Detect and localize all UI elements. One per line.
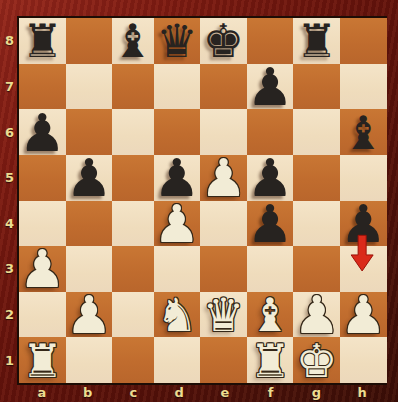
- square-g6[interactable]: [293, 109, 340, 155]
- square-e2[interactable]: ♛: [200, 292, 247, 338]
- square-b2[interactable]: ♟: [66, 292, 113, 338]
- square-h8[interactable]: [340, 18, 387, 64]
- file-label-e: e: [202, 383, 248, 402]
- square-e4[interactable]: [200, 201, 247, 247]
- square-g8[interactable]: ♜: [293, 18, 340, 64]
- square-h6[interactable]: ♝: [340, 109, 387, 155]
- piece-black-rook[interactable]: ♜: [296, 19, 337, 64]
- square-c3[interactable]: [112, 246, 153, 292]
- square-g4[interactable]: [293, 201, 340, 247]
- piece-white-pawn[interactable]: ♟: [66, 293, 113, 338]
- square-c8[interactable]: ♝: [112, 18, 153, 64]
- rank-label-3: 3: [0, 246, 19, 292]
- square-d2[interactable]: ♞: [154, 292, 201, 338]
- square-f1[interactable]: ♜: [247, 337, 294, 383]
- piece-white-pawn[interactable]: ♟: [340, 293, 387, 338]
- chess-board-window: 87654321 abcdefgh ♜♝♛♚♜♟♟♝♟♟♟♟♟♟♟♟♟♞♛♝♟♟…: [0, 0, 398, 402]
- square-b7[interactable]: [66, 64, 113, 110]
- piece-white-king[interactable]: ♚: [296, 339, 337, 384]
- rank-label-8: 8: [0, 18, 19, 64]
- square-c4[interactable]: [112, 201, 153, 247]
- piece-black-pawn[interactable]: ♟: [340, 202, 387, 247]
- square-a5[interactable]: [19, 155, 66, 201]
- square-c2[interactable]: [112, 292, 153, 338]
- piece-white-pawn[interactable]: ♟: [200, 156, 247, 201]
- square-e5[interactable]: ♟: [200, 155, 247, 201]
- file-label-c: c: [111, 383, 157, 402]
- rank-label-6: 6: [0, 109, 19, 155]
- square-d8[interactable]: ♛: [154, 18, 201, 64]
- square-c6[interactable]: [112, 109, 153, 155]
- rank-labels: 87654321: [0, 18, 19, 383]
- piece-white-rook[interactable]: ♜: [249, 339, 290, 384]
- piece-black-bishop[interactable]: ♝: [343, 111, 384, 156]
- piece-white-bishop[interactable]: ♝: [249, 293, 290, 338]
- square-f7[interactable]: ♟: [247, 64, 294, 110]
- square-e1[interactable]: [200, 337, 247, 383]
- square-g1[interactable]: ♚: [293, 337, 340, 383]
- piece-white-knight[interactable]: ♞: [156, 293, 197, 338]
- square-d7[interactable]: [154, 64, 201, 110]
- square-d1[interactable]: [154, 337, 201, 383]
- piece-black-rook[interactable]: ♜: [22, 19, 63, 64]
- piece-black-pawn[interactable]: ♟: [66, 156, 113, 201]
- square-f4[interactable]: ♟: [247, 201, 294, 247]
- square-h4[interactable]: ♟: [340, 201, 387, 247]
- piece-white-pawn[interactable]: ♟: [154, 202, 201, 247]
- square-a2[interactable]: [19, 292, 66, 338]
- piece-white-queen[interactable]: ♛: [203, 293, 244, 338]
- piece-white-pawn[interactable]: ♟: [293, 293, 340, 338]
- square-g2[interactable]: ♟: [293, 292, 340, 338]
- rank-label-1: 1: [0, 337, 19, 383]
- piece-black-queen[interactable]: ♛: [156, 19, 197, 64]
- board[interactable]: ♜♝♛♚♜♟♟♝♟♟♟♟♟♟♟♟♟♞♛♝♟♟♜♜♚: [19, 18, 385, 383]
- piece-black-pawn[interactable]: ♟: [247, 202, 294, 247]
- piece-black-bishop[interactable]: ♝: [112, 19, 153, 64]
- square-e7[interactable]: [200, 64, 247, 110]
- square-a3[interactable]: ♟: [19, 246, 66, 292]
- square-d4[interactable]: ♟: [154, 201, 201, 247]
- piece-black-pawn[interactable]: ♟: [247, 65, 294, 110]
- square-g5[interactable]: [293, 155, 340, 201]
- square-h1[interactable]: [340, 337, 387, 383]
- square-h7[interactable]: [340, 64, 387, 110]
- square-f2[interactable]: ♝: [247, 292, 294, 338]
- square-b4[interactable]: [66, 201, 113, 247]
- rank-label-2: 2: [0, 292, 19, 338]
- square-e8[interactable]: ♚: [200, 18, 247, 64]
- square-b1[interactable]: [66, 337, 113, 383]
- square-h2[interactable]: ♟: [340, 292, 387, 338]
- piece-black-pawn[interactable]: ♟: [19, 111, 66, 156]
- square-a8[interactable]: ♜: [19, 18, 66, 64]
- rank-label-7: 7: [0, 64, 19, 110]
- square-c5[interactable]: [112, 155, 153, 201]
- rank-label-5: 5: [0, 155, 19, 201]
- square-e3[interactable]: [200, 246, 247, 292]
- square-a1[interactable]: ♜: [19, 337, 66, 383]
- rank-label-4: 4: [0, 201, 19, 247]
- piece-white-pawn[interactable]: ♟: [19, 247, 66, 292]
- file-label-h: h: [339, 383, 385, 402]
- square-b8[interactable]: [66, 18, 113, 64]
- square-c7[interactable]: [112, 64, 153, 110]
- square-f3[interactable]: [247, 246, 294, 292]
- file-label-b: b: [65, 383, 111, 402]
- square-g7[interactable]: [293, 64, 340, 110]
- piece-white-rook[interactable]: ♜: [22, 339, 63, 384]
- square-d3[interactable]: [154, 246, 201, 292]
- file-label-d: d: [156, 383, 202, 402]
- square-a6[interactable]: ♟: [19, 109, 66, 155]
- square-c1[interactable]: [112, 337, 153, 383]
- piece-black-king[interactable]: ♚: [203, 19, 244, 64]
- square-b5[interactable]: ♟: [66, 155, 113, 201]
